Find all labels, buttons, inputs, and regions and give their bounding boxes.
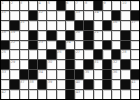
white-cell-r6c14[interactable]: 28 bbox=[121, 50, 129, 59]
white-cell-r9c4[interactable]: 38 bbox=[29, 80, 37, 89]
white-cell-r5c9[interactable] bbox=[75, 41, 83, 50]
white-cell-r4c15[interactable] bbox=[131, 31, 139, 40]
white-cell-r8c6[interactable] bbox=[47, 70, 55, 79]
black-cell-r3c12 bbox=[103, 21, 111, 30]
clue-number: 40 bbox=[76, 80, 80, 84]
white-cell-r6c1[interactable]: 25 bbox=[1, 50, 9, 59]
white-cell-r1c3[interactable]: 3 bbox=[20, 1, 28, 10]
white-cell-r10c13[interactable] bbox=[112, 90, 120, 99]
white-cell-r8c14[interactable] bbox=[121, 70, 129, 79]
black-cell-r7c5 bbox=[38, 60, 46, 69]
clue-number: 3 bbox=[20, 1, 22, 5]
black-cell-r7c4 bbox=[29, 60, 37, 69]
black-cell-r2c15 bbox=[131, 11, 139, 20]
clue-number: 28 bbox=[122, 50, 126, 54]
white-cell-r6c15[interactable] bbox=[131, 50, 139, 59]
white-cell-r3c4[interactable] bbox=[29, 21, 37, 30]
black-cell-r7c8 bbox=[66, 60, 74, 69]
white-cell-r1c15[interactable] bbox=[131, 1, 139, 10]
white-cell-r6c5[interactable] bbox=[38, 50, 46, 59]
black-cell-r8c8 bbox=[66, 70, 74, 79]
white-cell-r5c6[interactable] bbox=[47, 41, 55, 50]
white-cell-r3c8[interactable] bbox=[66, 21, 74, 30]
white-cell-r7c2[interactable]: 29 bbox=[10, 60, 18, 69]
white-cell-r9c9[interactable]: 40 bbox=[75, 80, 83, 89]
black-cell-r6c8 bbox=[66, 50, 74, 59]
white-cell-r10c14[interactable] bbox=[121, 90, 129, 99]
white-cell-r2c2[interactable] bbox=[10, 11, 18, 20]
clue-number: 26 bbox=[57, 50, 61, 54]
white-cell-r1c6[interactable]: 5 bbox=[47, 1, 55, 10]
white-cell-r5c2[interactable]: 22 bbox=[10, 41, 18, 50]
clue-number: 34 bbox=[39, 70, 43, 74]
white-cell-r1c10[interactable]: 8 bbox=[84, 1, 92, 10]
clue-number: 19 bbox=[11, 31, 15, 35]
clue-number: 8 bbox=[85, 1, 87, 5]
white-cell-r6c12[interactable] bbox=[103, 50, 111, 59]
white-cell-r6c3[interactable] bbox=[20, 50, 28, 59]
white-cell-r4c3[interactable] bbox=[20, 31, 28, 40]
white-cell-r3c15[interactable]: 17 bbox=[131, 21, 139, 30]
white-cell-r3c13[interactable]: 16 bbox=[112, 21, 120, 30]
white-cell-r7c15[interactable] bbox=[131, 60, 139, 69]
black-cell-r5c1 bbox=[1, 41, 9, 50]
white-cell-r3c11[interactable] bbox=[94, 21, 102, 30]
white-cell-r10c10[interactable] bbox=[84, 90, 92, 99]
white-cell-r3c7[interactable] bbox=[57, 21, 65, 30]
white-cell-r10c11[interactable] bbox=[94, 90, 102, 99]
clue-number: 24 bbox=[66, 41, 70, 45]
black-cell-r5c10 bbox=[84, 41, 92, 50]
white-cell-r5c13[interactable] bbox=[112, 41, 120, 50]
white-cell-r5c3[interactable] bbox=[20, 41, 28, 50]
black-cell-r5c14 bbox=[121, 41, 129, 50]
clue-number: 20 bbox=[76, 31, 80, 35]
white-cell-r8c1[interactable]: 33 bbox=[1, 70, 9, 79]
white-cell-r9c3[interactable]: 37 bbox=[20, 80, 28, 89]
clue-number: 30 bbox=[48, 60, 52, 64]
white-cell-r3c5[interactable] bbox=[38, 21, 46, 30]
white-cell-r4c12[interactable] bbox=[103, 31, 111, 40]
white-cell-r3c3[interactable]: 15 bbox=[20, 21, 28, 30]
white-cell-r2c9[interactable]: 13 bbox=[75, 11, 83, 20]
white-cell-r10c1[interactable]: 42 bbox=[1, 90, 9, 99]
black-cell-r8c12 bbox=[103, 70, 111, 79]
clue-number: 7 bbox=[76, 1, 78, 5]
black-cell-r8c9 bbox=[75, 70, 83, 79]
black-cell-r9c2 bbox=[10, 80, 18, 89]
clue-number: 17 bbox=[131, 21, 135, 25]
clue-number: 10 bbox=[122, 1, 126, 5]
black-cell-r7c10 bbox=[84, 60, 92, 69]
white-cell-r4c7[interactable] bbox=[57, 31, 65, 40]
white-cell-r1c13[interactable] bbox=[112, 1, 120, 10]
black-cell-r2c4 bbox=[29, 11, 37, 20]
black-cell-r8c15 bbox=[131, 70, 139, 79]
white-cell-r10c3[interactable] bbox=[20, 90, 28, 99]
clue-number: 6 bbox=[66, 1, 68, 5]
white-cell-r1c14[interactable]: 10 bbox=[121, 1, 129, 10]
white-cell-r10c6[interactable] bbox=[47, 90, 55, 99]
white-cell-r5c15[interactable] bbox=[131, 41, 139, 50]
clue-number: 18 bbox=[2, 31, 6, 35]
white-cell-r9c11[interactable] bbox=[94, 80, 102, 89]
black-cell-r8c3 bbox=[20, 70, 28, 79]
white-cell-r9c13[interactable] bbox=[112, 80, 120, 89]
black-cell-r9c8 bbox=[66, 80, 74, 89]
black-cell-r9c12 bbox=[103, 80, 111, 89]
white-cell-r4c1[interactable]: 18 bbox=[1, 31, 9, 40]
clue-number: 2 bbox=[11, 1, 13, 5]
clue-number: 36 bbox=[113, 70, 117, 74]
black-cell-r9c10 bbox=[84, 80, 92, 89]
clue-number: 12 bbox=[39, 11, 43, 15]
white-cell-r6c9[interactable]: 27 bbox=[75, 50, 83, 59]
white-cell-r6c7[interactable]: 26 bbox=[57, 50, 65, 59]
black-cell-r4c4 bbox=[29, 31, 37, 40]
black-cell-r4c10 bbox=[84, 31, 92, 40]
white-cell-r6c2[interactable] bbox=[10, 50, 18, 59]
white-cell-r4c2[interactable]: 19 bbox=[10, 31, 18, 40]
white-cell-r2c1[interactable]: 11 bbox=[1, 11, 9, 20]
white-cell-r9c7[interactable] bbox=[57, 80, 65, 89]
white-cell-r5c8[interactable]: 24 bbox=[66, 41, 74, 50]
black-cell-r9c5 bbox=[38, 80, 46, 89]
white-cell-r10c9[interactable]: 43 bbox=[75, 90, 83, 99]
clue-number: 32 bbox=[113, 60, 117, 64]
white-cell-r1c5[interactable]: 4 bbox=[38, 1, 46, 10]
clue-number: 4 bbox=[39, 1, 41, 5]
clue-number: 43 bbox=[76, 90, 80, 94]
white-cell-r2c6[interactable] bbox=[47, 11, 55, 20]
white-cell-r4c11[interactable]: 21 bbox=[94, 31, 102, 40]
clue-number: 41 bbox=[131, 80, 135, 84]
white-cell-r6c10[interactable] bbox=[84, 50, 92, 59]
clue-number: 42 bbox=[2, 90, 6, 94]
clue-number: 22 bbox=[11, 41, 15, 45]
white-cell-r2c10[interactable] bbox=[84, 11, 92, 20]
clue-number: 29 bbox=[11, 60, 15, 64]
clue-number: 23 bbox=[39, 41, 43, 45]
clue-number: 38 bbox=[29, 80, 33, 84]
black-cell-r4c14 bbox=[121, 31, 129, 40]
white-cell-r8c5[interactable]: 34 bbox=[38, 70, 46, 79]
white-cell-r10c4[interactable] bbox=[29, 90, 37, 99]
clue-number: 13 bbox=[76, 11, 80, 15]
clue-number: 9 bbox=[103, 1, 105, 5]
white-cell-r10c12[interactable] bbox=[103, 90, 111, 99]
black-cell-r5c4 bbox=[29, 41, 37, 50]
black-cell-r6c11 bbox=[94, 50, 102, 59]
clue-number: 1 bbox=[2, 1, 4, 5]
black-cell-r9c14 bbox=[121, 80, 129, 89]
white-cell-r8c7[interactable] bbox=[57, 70, 65, 79]
black-cell-r1c11 bbox=[94, 1, 102, 10]
black-cell-r5c12 bbox=[103, 41, 111, 50]
clue-number: 39 bbox=[48, 80, 52, 84]
clue-number: 5 bbox=[48, 1, 50, 5]
black-cell-r8c4 bbox=[29, 70, 37, 79]
crossword-board: 1234567891011121314151617181920212223242… bbox=[0, 0, 140, 100]
black-cell-r2c8 bbox=[66, 11, 74, 20]
black-cell-r6c6 bbox=[47, 50, 55, 59]
white-cell-r1c2[interactable]: 2 bbox=[10, 1, 18, 10]
white-cell-r3c14[interactable] bbox=[121, 21, 129, 30]
white-cell-r7c11[interactable]: 31 bbox=[94, 60, 102, 69]
clue-number: 16 bbox=[113, 21, 117, 25]
clue-number: 14 bbox=[94, 11, 98, 15]
white-cell-r5c11[interactable] bbox=[94, 41, 102, 50]
black-cell-r7c14 bbox=[121, 60, 129, 69]
white-cell-r4c9[interactable]: 20 bbox=[75, 31, 83, 40]
black-cell-r10c8 bbox=[66, 90, 74, 99]
white-cell-r9c1[interactable] bbox=[1, 80, 9, 89]
white-cell-r10c5[interactable] bbox=[38, 90, 46, 99]
clue-number: 25 bbox=[2, 50, 6, 54]
white-cell-r10c7[interactable] bbox=[57, 90, 65, 99]
black-cell-r7c1 bbox=[1, 60, 9, 69]
white-cell-r9c15[interactable]: 41 bbox=[131, 80, 139, 89]
white-cell-r1c1[interactable]: 1 bbox=[1, 1, 9, 10]
black-cell-r4c8 bbox=[66, 31, 74, 40]
white-cell-r1c4[interactable] bbox=[29, 1, 37, 10]
white-cell-r4c5[interactable] bbox=[38, 31, 46, 40]
black-cell-r3c2 bbox=[10, 21, 18, 30]
white-cell-r8c10[interactable]: 35 bbox=[84, 70, 92, 79]
clue-number: 11 bbox=[2, 11, 6, 15]
white-cell-r1c9[interactable]: 7 bbox=[75, 1, 83, 10]
black-cell-r4c6 bbox=[47, 31, 55, 40]
white-cell-r8c13[interactable]: 36 bbox=[112, 70, 120, 79]
white-cell-r8c11[interactable] bbox=[94, 70, 102, 79]
white-cell-r7c9[interactable] bbox=[75, 60, 83, 69]
white-cell-r2c7[interactable] bbox=[57, 11, 65, 20]
clue-number: 15 bbox=[20, 21, 24, 25]
white-cell-r2c11[interactable]: 14 bbox=[94, 11, 102, 20]
black-cell-r7c12 bbox=[103, 60, 111, 69]
clue-number: 37 bbox=[20, 80, 24, 84]
white-cell-r2c12[interactable] bbox=[103, 11, 111, 20]
black-cell-r3c9 bbox=[75, 21, 83, 30]
white-cell-r4c13[interactable] bbox=[112, 31, 120, 40]
white-cell-r2c3[interactable] bbox=[20, 11, 28, 20]
white-cell-r1c12[interactable]: 9 bbox=[103, 1, 111, 10]
white-cell-r8c2[interactable] bbox=[10, 70, 18, 79]
white-cell-r1c8[interactable]: 6 bbox=[66, 1, 74, 10]
white-cell-r7c13[interactable]: 32 bbox=[112, 60, 120, 69]
white-cell-r2c5[interactable]: 12 bbox=[38, 11, 46, 20]
black-cell-r1c7 bbox=[57, 1, 65, 10]
white-cell-r3c1[interactable] bbox=[1, 21, 9, 30]
white-cell-r2c14[interactable] bbox=[121, 11, 129, 20]
clue-number: 31 bbox=[94, 60, 98, 64]
white-cell-r10c2[interactable] bbox=[10, 90, 18, 99]
white-cell-r9c6[interactable]: 39 bbox=[47, 80, 55, 89]
white-cell-r7c7[interactable] bbox=[57, 60, 65, 69]
white-cell-r5c5[interactable]: 23 bbox=[38, 41, 46, 50]
black-cell-r5c7 bbox=[57, 41, 65, 50]
white-cell-r3c6[interactable] bbox=[47, 21, 55, 30]
clue-number: 33 bbox=[2, 70, 6, 74]
white-cell-r6c4[interactable] bbox=[29, 50, 37, 59]
clue-number: 27 bbox=[76, 50, 80, 54]
clue-number: 21 bbox=[94, 31, 98, 35]
black-cell-r6c13 bbox=[112, 50, 120, 59]
black-cell-r2c13 bbox=[112, 11, 120, 20]
white-cell-r7c6[interactable]: 30 bbox=[47, 60, 55, 69]
black-cell-r3c10 bbox=[84, 21, 92, 30]
white-cell-r7c3[interactable] bbox=[20, 60, 28, 69]
clue-number: 35 bbox=[85, 70, 89, 74]
white-cell-r10c15[interactable] bbox=[131, 90, 139, 99]
